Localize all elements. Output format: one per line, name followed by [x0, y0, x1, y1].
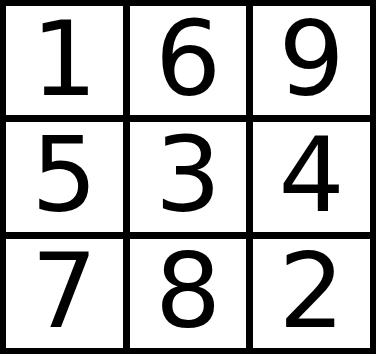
cell-digit: 9: [279, 7, 345, 111]
cell-r1c1: 1: [6, 6, 123, 115]
cell-digit: 8: [155, 239, 221, 343]
cell-r1c2: 6: [130, 6, 247, 115]
cell-r2c3: 4: [253, 122, 370, 231]
cell-digit: 5: [31, 123, 97, 227]
cell-digit: 2: [279, 239, 345, 343]
number-grid-board: 1 6 9 5 3 4 7 8 2: [0, 0, 376, 354]
cell-r2c1: 5: [6, 122, 123, 231]
cell-r1c3: 9: [253, 6, 370, 115]
cell-digit: 7: [31, 239, 97, 343]
cell-digit: 6: [155, 7, 221, 111]
cell-digit: 4: [279, 123, 345, 227]
cell-r3c2: 8: [130, 239, 247, 348]
cell-digit: 1: [31, 7, 97, 111]
cell-digit: 3: [155, 123, 221, 227]
cell-r3c3: 2: [253, 239, 370, 348]
cell-r3c1: 7: [6, 239, 123, 348]
cell-r2c2: 3: [130, 122, 247, 231]
puzzle-diagram: 1 6 9 5 3 4 7 8 2: [0, 0, 378, 356]
